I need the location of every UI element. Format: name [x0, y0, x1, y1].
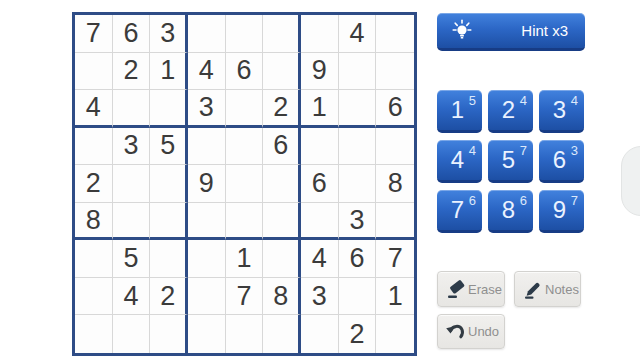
numpad-digit: 5	[502, 146, 515, 174]
cell-r1c2[interactable]: 6	[113, 15, 151, 53]
cell-r2c9[interactable]	[376, 53, 414, 91]
numpad-digit: 7	[451, 196, 464, 224]
cell-r4c6[interactable]: 6	[263, 128, 301, 166]
cell-r6c7[interactable]	[301, 203, 339, 241]
cell-r9c2[interactable]	[113, 315, 151, 353]
numpad-digit: 3	[553, 96, 566, 124]
cell-r9c4[interactable]	[188, 315, 226, 353]
numpad-remaining-count: 4	[520, 93, 527, 108]
numpad-4-button[interactable]: 44	[437, 140, 482, 183]
cell-r2c8[interactable]	[339, 53, 377, 91]
cell-r8c1[interactable]	[75, 278, 113, 316]
cell-r8c6[interactable]: 8	[263, 278, 301, 316]
cell-r4c8[interactable]	[339, 128, 377, 166]
numpad-digit: 4	[451, 146, 464, 174]
cell-r1c4[interactable]	[188, 15, 226, 53]
cell-r5c3[interactable]	[150, 165, 188, 203]
undo-arrow-icon	[444, 320, 468, 344]
numpad-remaining-count: 6	[520, 193, 527, 208]
cell-r7c9[interactable]: 7	[376, 240, 414, 278]
undo-button-label: Undo	[468, 324, 499, 339]
cell-r1c7[interactable]	[301, 15, 339, 53]
numpad-6-button[interactable]: 63	[539, 140, 584, 183]
cell-r9c6[interactable]	[263, 315, 301, 353]
cell-r3c3[interactable]	[150, 90, 188, 128]
cell-r5c8[interactable]	[339, 165, 377, 203]
numpad-remaining-count: 4	[469, 143, 476, 158]
cell-r2c6[interactable]	[263, 53, 301, 91]
numpad-remaining-count: 3	[571, 143, 578, 158]
cell-r4c3[interactable]: 5	[150, 128, 188, 166]
cell-r3c1[interactable]: 4	[75, 90, 113, 128]
numpad-5-button[interactable]: 57	[488, 140, 533, 183]
cell-r1c1[interactable]: 7	[75, 15, 113, 53]
numpad-digit: 1	[451, 96, 464, 124]
cell-r7c2[interactable]: 5	[113, 240, 151, 278]
cell-r8c3[interactable]: 2	[150, 278, 188, 316]
erase-button[interactable]: Erase	[437, 271, 505, 307]
numpad-1-button[interactable]: 15	[437, 90, 482, 133]
cell-r9c8[interactable]: 2	[339, 315, 377, 353]
numpad-9-button[interactable]: 97	[539, 190, 584, 233]
sudoku-app: 76342146943216356296883514674278312 Hint…	[0, 0, 640, 360]
cell-r4c2[interactable]: 3	[113, 128, 151, 166]
cell-r7c7[interactable]: 4	[301, 240, 339, 278]
cell-r5c2[interactable]	[113, 165, 151, 203]
cell-r9c5[interactable]	[226, 315, 264, 353]
cell-r9c1[interactable]	[75, 315, 113, 353]
notes-button-label: Notes	[545, 282, 579, 297]
cell-r8c8[interactable]	[339, 278, 377, 316]
cell-r5c1[interactable]: 2	[75, 165, 113, 203]
cell-r8c5[interactable]: 7	[226, 278, 264, 316]
cell-r3c5[interactable]	[226, 90, 264, 128]
cell-r2c3[interactable]: 1	[150, 53, 188, 91]
cell-r2c1[interactable]	[75, 53, 113, 91]
numpad-digit: 2	[502, 96, 515, 124]
cell-r5c6[interactable]	[263, 165, 301, 203]
numpad-remaining-count: 6	[469, 193, 476, 208]
cell-r1c3[interactable]: 3	[150, 15, 188, 53]
cell-r7c1[interactable]	[75, 240, 113, 278]
numpad-remaining-count: 5	[469, 93, 476, 108]
cell-r8c2[interactable]: 4	[113, 278, 151, 316]
cell-r5c7[interactable]: 6	[301, 165, 339, 203]
cell-r6c2[interactable]	[113, 203, 151, 241]
cell-r8c7[interactable]: 3	[301, 278, 339, 316]
cell-r3c2[interactable]	[113, 90, 151, 128]
cell-r4c9[interactable]	[376, 128, 414, 166]
eraser-icon	[444, 277, 468, 301]
cell-r4c5[interactable]	[226, 128, 264, 166]
numpad-2-button[interactable]: 24	[488, 90, 533, 133]
cell-r6c1[interactable]: 8	[75, 203, 113, 241]
cell-r4c7[interactable]	[301, 128, 339, 166]
notes-button[interactable]: Notes	[514, 271, 581, 307]
cell-r7c8[interactable]: 6	[339, 240, 377, 278]
numpad-remaining-count: 7	[571, 193, 578, 208]
cell-r2c7[interactable]: 9	[301, 53, 339, 91]
cell-r8c9[interactable]: 1	[376, 278, 414, 316]
numpad-digit: 6	[553, 146, 566, 174]
numpad-7-button[interactable]: 76	[437, 190, 482, 233]
cell-r6c8[interactable]: 3	[339, 203, 377, 241]
cell-r7c6[interactable]	[263, 240, 301, 278]
hint-button-label: Hint x3	[521, 22, 568, 39]
numpad-remaining-count: 7	[520, 143, 527, 158]
cell-r9c9[interactable]	[376, 315, 414, 353]
cell-r2c5[interactable]: 6	[226, 53, 264, 91]
cell-r8c4[interactable]	[188, 278, 226, 316]
cell-r6c9[interactable]	[376, 203, 414, 241]
sudoku-board: 76342146943216356296883514674278312	[72, 12, 417, 356]
hint-button[interactable]: Hint x3	[437, 13, 585, 51]
numpad-8-button[interactable]: 86	[488, 190, 533, 233]
cell-r5c4[interactable]: 9	[188, 165, 226, 203]
cell-r5c5[interactable]	[226, 165, 264, 203]
cell-r1c9[interactable]	[376, 15, 414, 53]
cell-r7c3[interactable]	[150, 240, 188, 278]
cell-r5c9[interactable]: 8	[376, 165, 414, 203]
lightbulb-icon	[450, 19, 474, 43]
cell-r7c4[interactable]	[188, 240, 226, 278]
cell-r6c6[interactable]	[263, 203, 301, 241]
cell-r4c1[interactable]	[75, 128, 113, 166]
pencil-icon	[521, 277, 545, 301]
cell-r3c7[interactable]: 1	[301, 90, 339, 128]
undo-button[interactable]: Undo	[437, 314, 505, 349]
cell-r1c8[interactable]: 4	[339, 15, 377, 53]
cell-r7c5[interactable]: 1	[226, 240, 264, 278]
cell-r3c4[interactable]: 3	[188, 90, 226, 128]
number-pad: 152434445763768697	[437, 90, 584, 233]
numpad-remaining-count: 4	[571, 93, 578, 108]
erase-button-label: Erase	[468, 282, 502, 297]
cell-r1c5[interactable]	[226, 15, 264, 53]
cell-r9c3[interactable]	[150, 315, 188, 353]
cell-r1c6[interactable]	[263, 15, 301, 53]
cell-r6c3[interactable]	[150, 203, 188, 241]
cell-r2c4[interactable]: 4	[188, 53, 226, 91]
numpad-digit: 8	[502, 196, 515, 224]
cell-r6c5[interactable]	[226, 203, 264, 241]
cell-r3c6[interactable]: 2	[263, 90, 301, 128]
right-edge-partial-element	[621, 146, 640, 216]
cell-r2c2[interactable]: 2	[113, 53, 151, 91]
cell-r9c7[interactable]	[301, 315, 339, 353]
cell-r4c4[interactable]	[188, 128, 226, 166]
cell-r3c9[interactable]: 6	[376, 90, 414, 128]
numpad-digit: 9	[553, 196, 566, 224]
cell-r3c8[interactable]	[339, 90, 377, 128]
cell-r6c4[interactable]	[188, 203, 226, 241]
numpad-3-button[interactable]: 34	[539, 90, 584, 133]
